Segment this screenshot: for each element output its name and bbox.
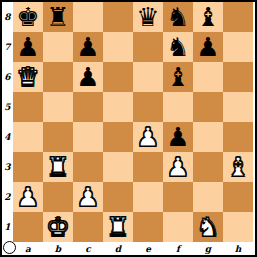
- piece-black-queen[interactable]: ♛: [136, 2, 159, 32]
- square-b5[interactable]: [43, 92, 73, 122]
- square-h5[interactable]: [223, 92, 253, 122]
- piece-white-pawn[interactable]: ♟: [76, 182, 99, 212]
- square-f7[interactable]: ♞: [163, 32, 193, 62]
- square-d2[interactable]: [103, 182, 133, 212]
- file-label-g: g: [193, 242, 223, 255]
- square-b1[interactable]: ♚: [43, 212, 73, 242]
- square-e6[interactable]: [133, 62, 163, 92]
- file-label-f: f: [163, 242, 193, 255]
- square-b8[interactable]: ♜: [43, 2, 73, 32]
- piece-black-bishop[interactable]: ♝: [166, 62, 189, 92]
- square-e5[interactable]: [133, 92, 163, 122]
- file-label-b: b: [43, 242, 73, 255]
- piece-black-knight[interactable]: ♞: [166, 2, 189, 32]
- square-h2[interactable]: [223, 182, 253, 212]
- square-g5[interactable]: [193, 92, 223, 122]
- white-to-move-indicator-icon: [3, 241, 16, 254]
- board-inner: 8♚♜♛♞♝7♟♟♞♟6♛♟♝54♟♟3♜♟♝2♟♟1♚♜♞abcdefgh: [2, 2, 255, 255]
- square-f8[interactable]: ♞: [163, 2, 193, 32]
- piece-black-king[interactable]: ♚: [16, 2, 39, 32]
- square-d3[interactable]: [103, 152, 133, 182]
- square-c1[interactable]: [73, 212, 103, 242]
- square-g4[interactable]: [193, 122, 223, 152]
- square-d5[interactable]: [103, 92, 133, 122]
- square-b3[interactable]: ♜: [43, 152, 73, 182]
- square-a2[interactable]: ♟: [13, 182, 43, 212]
- square-a5[interactable]: [13, 92, 43, 122]
- square-d1[interactable]: ♜: [103, 212, 133, 242]
- square-h7[interactable]: [223, 32, 253, 62]
- square-f1[interactable]: [163, 212, 193, 242]
- file-label-a: a: [13, 242, 43, 255]
- square-d4[interactable]: [103, 122, 133, 152]
- square-e8[interactable]: ♛: [133, 2, 163, 32]
- square-c3[interactable]: [73, 152, 103, 182]
- square-h3[interactable]: ♝: [223, 152, 253, 182]
- square-g3[interactable]: [193, 152, 223, 182]
- square-e3[interactable]: [133, 152, 163, 182]
- square-a8[interactable]: ♚: [13, 2, 43, 32]
- square-b6[interactable]: [43, 62, 73, 92]
- rank-label-2: 2: [2, 182, 13, 212]
- square-d8[interactable]: [103, 2, 133, 32]
- piece-white-king[interactable]: ♚: [46, 212, 69, 242]
- square-c4[interactable]: [73, 122, 103, 152]
- square-g6[interactable]: [193, 62, 223, 92]
- square-b7[interactable]: [43, 32, 73, 62]
- square-c5[interactable]: [73, 92, 103, 122]
- square-a1[interactable]: [13, 212, 43, 242]
- square-b2[interactable]: [43, 182, 73, 212]
- square-h4[interactable]: [223, 122, 253, 152]
- rank-label-3: 3: [2, 152, 13, 182]
- square-a4[interactable]: [13, 122, 43, 152]
- square-e7[interactable]: [133, 32, 163, 62]
- square-g7[interactable]: ♟: [193, 32, 223, 62]
- file-label-e: e: [133, 242, 163, 255]
- square-a6[interactable]: ♛: [13, 62, 43, 92]
- square-c6[interactable]: ♟: [73, 62, 103, 92]
- piece-white-knight[interactable]: ♞: [196, 212, 219, 242]
- piece-black-pawn[interactable]: ♟: [196, 32, 219, 62]
- piece-black-pawn[interactable]: ♟: [166, 122, 189, 152]
- square-c8[interactable]: [73, 2, 103, 32]
- rank-label-4: 4: [2, 122, 13, 152]
- piece-white-pawn[interactable]: ♟: [166, 152, 189, 182]
- file-label-h: h: [223, 242, 253, 255]
- piece-white-bishop[interactable]: ♝: [226, 152, 249, 182]
- square-g1[interactable]: ♞: [193, 212, 223, 242]
- piece-black-rook[interactable]: ♜: [46, 2, 69, 32]
- rank-label-1: 1: [2, 212, 13, 242]
- rank-label-5: 5: [2, 92, 13, 122]
- piece-white-rook[interactable]: ♜: [106, 212, 129, 242]
- square-e4[interactable]: ♟: [133, 122, 163, 152]
- piece-black-pawn[interactable]: ♟: [76, 62, 99, 92]
- square-g2[interactable]: [193, 182, 223, 212]
- square-f3[interactable]: ♟: [163, 152, 193, 182]
- square-g8[interactable]: ♝: [193, 2, 223, 32]
- square-e1[interactable]: [133, 212, 163, 242]
- piece-black-pawn[interactable]: ♟: [76, 32, 99, 62]
- square-f4[interactable]: ♟: [163, 122, 193, 152]
- rank-label-7: 7: [2, 32, 13, 62]
- square-c2[interactable]: ♟: [73, 182, 103, 212]
- file-label-d: d: [103, 242, 133, 255]
- square-e2[interactable]: [133, 182, 163, 212]
- piece-white-pawn[interactable]: ♟: [16, 182, 39, 212]
- piece-black-bishop[interactable]: ♝: [196, 2, 219, 32]
- square-d6[interactable]: [103, 62, 133, 92]
- square-f2[interactable]: [163, 182, 193, 212]
- turn-indicator-corner: [2, 242, 13, 255]
- square-a3[interactable]: [13, 152, 43, 182]
- rank-label-6: 6: [2, 62, 13, 92]
- square-h8[interactable]: [223, 2, 253, 32]
- piece-white-queen[interactable]: ♛: [16, 62, 39, 92]
- square-c7[interactable]: ♟: [73, 32, 103, 62]
- board-frame: 8♚♜♛♞♝7♟♟♞♟6♛♟♝54♟♟3♜♟♝2♟♟1♚♜♞abcdefgh: [0, 0, 257, 257]
- piece-black-pawn[interactable]: ♟: [16, 32, 39, 62]
- square-h6[interactable]: [223, 62, 253, 92]
- piece-white-pawn[interactable]: ♟: [136, 122, 159, 152]
- chess-board: 8♚♜♛♞♝7♟♟♞♟6♛♟♝54♟♟3♜♟♝2♟♟1♚♜♞abcdefgh: [2, 2, 255, 255]
- piece-white-rook[interactable]: ♜: [46, 152, 69, 182]
- piece-black-knight[interactable]: ♞: [166, 32, 189, 62]
- square-b4[interactable]: [43, 122, 73, 152]
- square-h1[interactable]: [223, 212, 253, 242]
- square-d7[interactable]: [103, 32, 133, 62]
- square-f5[interactable]: [163, 92, 193, 122]
- square-a7[interactable]: ♟: [13, 32, 43, 62]
- square-f6[interactable]: ♝: [163, 62, 193, 92]
- rank-label-8: 8: [2, 2, 13, 32]
- file-label-c: c: [73, 242, 103, 255]
